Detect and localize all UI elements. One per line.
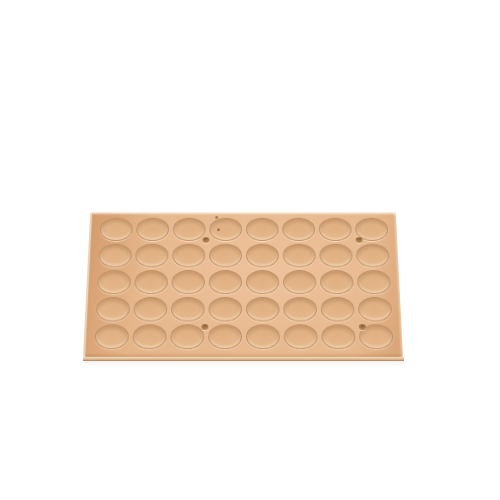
pit-r4c8 [358,297,393,321]
pit-r2c4 [209,244,242,268]
pit-r1c2 [136,218,169,241]
pit-r4c7 [321,297,355,321]
pit-r2c5 [246,244,279,268]
pilot-hole-3 [202,324,209,330]
pit-r1c5 [246,218,279,241]
game-board [83,212,403,357]
pit-r1c1 [99,218,133,241]
pit-r5c7 [321,324,356,349]
pit-r2c1 [98,244,132,268]
product-photo-canvas [0,0,500,500]
pit-r1c3 [173,218,206,241]
pit-r4c2 [133,297,167,321]
pit-r5c3 [170,324,204,349]
pit-r1c6 [282,218,315,241]
pit-r1c7 [319,218,352,241]
pit-r5c5 [246,324,280,349]
pit-r3c4 [209,270,242,294]
pit-r4c6 [283,297,317,321]
pit-r5c1 [94,324,129,349]
board-front-edge [83,357,404,361]
pilot-hole-4 [359,324,366,330]
pit-r3c8 [357,270,391,294]
pit-r3c5 [246,270,279,294]
pit-r4c3 [171,297,205,321]
pilot-hole-2 [356,238,363,243]
board-perspective-wrapper [83,212,403,357]
pit-r3c3 [171,270,205,294]
pit-r3c6 [283,270,317,294]
pit-r2c2 [135,244,169,268]
pit-r2c3 [172,244,205,268]
pilot-hole-1 [203,238,210,243]
pit-r4c1 [96,297,130,321]
pit-r5c4 [208,324,242,349]
pit-r3c1 [97,270,131,294]
pit-r1c4 [209,218,242,241]
pit-r2c7 [319,244,353,268]
pit-r2c8 [356,244,390,268]
wood-speck-2 [217,228,220,231]
pit-r2c6 [283,244,316,268]
pit-r4c5 [246,297,280,321]
pit-r5c6 [284,324,318,349]
pit-r3c2 [134,270,168,294]
pit-r4c4 [208,297,242,321]
pit-r3c7 [320,270,354,294]
pit-r5c2 [132,324,167,349]
